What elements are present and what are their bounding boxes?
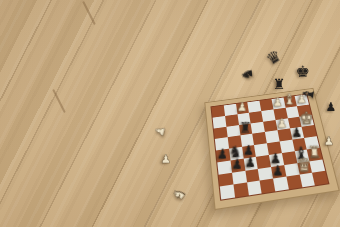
black-pawn[interactable]: ♟ xyxy=(217,147,229,161)
black-rook[interactable]: ♜ xyxy=(239,120,252,135)
white-pawn[interactable]: ♟ xyxy=(237,101,248,113)
white-pawn[interactable]: ♟ xyxy=(273,96,283,108)
black-king[interactable]: ♚ xyxy=(296,64,310,80)
black-pawn[interactable]: ♟ xyxy=(273,163,284,177)
black-pawn[interactable]: ♟ xyxy=(326,101,337,113)
black-pawn[interactable]: ♟ xyxy=(245,155,256,169)
board-grid[interactable]: ♟♟♝♟♜♟♚♟♟♞♟♟♟♟♝♜♟♛ xyxy=(210,93,329,200)
white-pawn[interactable]: ♟ xyxy=(324,135,335,147)
wood-floor: ♟♟♝♟♜♟♚♟♟♞♟♟♟♟♝♜♟♛ ♞♛♜♚♝♟♟♟♞♟ xyxy=(0,0,340,227)
square-r7c7[interactable] xyxy=(312,171,328,185)
black-pawn[interactable]: ♟ xyxy=(231,157,243,171)
white-pawn[interactable]: ♟ xyxy=(161,153,172,165)
white-pawn[interactable]: ♟ xyxy=(277,116,288,129)
black-bishop-fallen[interactable]: ♝ xyxy=(300,86,317,102)
black-knight-fallen[interactable]: ♞ xyxy=(239,67,254,81)
black-pawn[interactable]: ♟ xyxy=(291,125,302,138)
black-rook[interactable]: ♜ xyxy=(273,77,286,91)
